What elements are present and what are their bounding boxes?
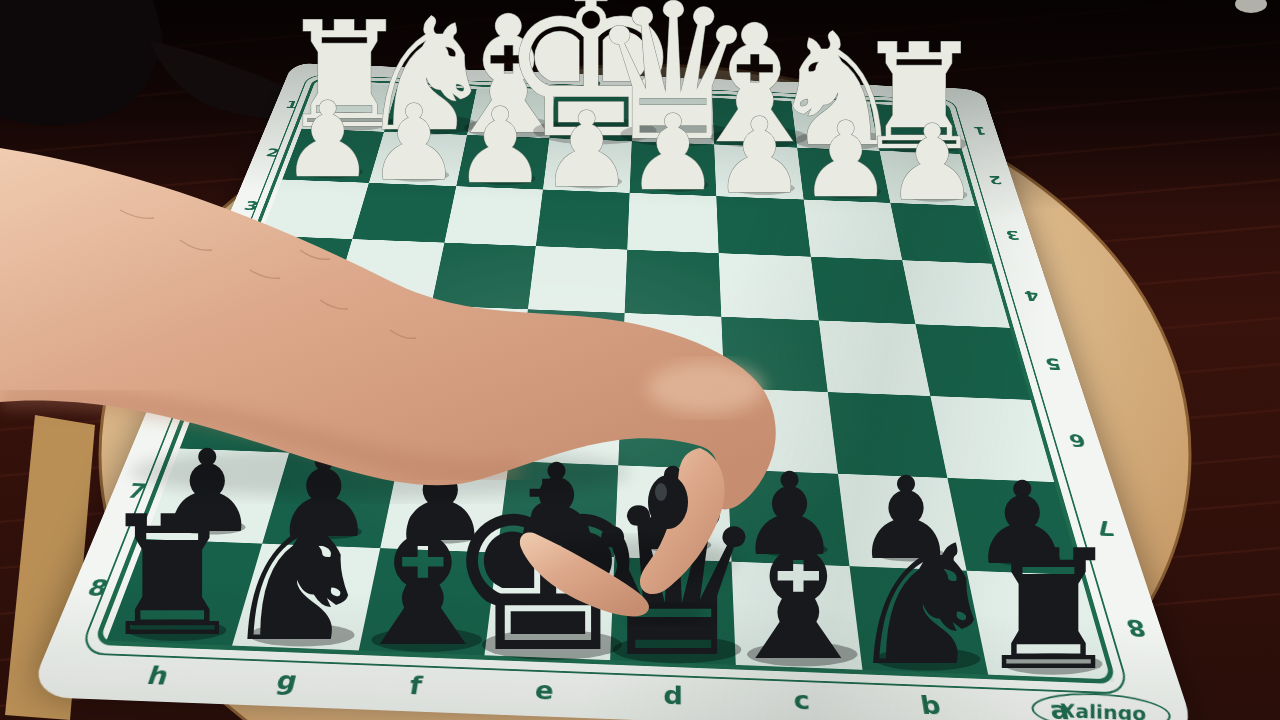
knuckle-highlight: [648, 362, 764, 414]
queen-head-sheen: [655, 483, 667, 501]
hand-arm-layer: [0, 0, 1280, 720]
queen-head-between-fingers: [648, 475, 688, 529]
video-frame: hh11gg22ff33ee44dd55cc66bb77aa88 Xalingo…: [0, 0, 1280, 720]
